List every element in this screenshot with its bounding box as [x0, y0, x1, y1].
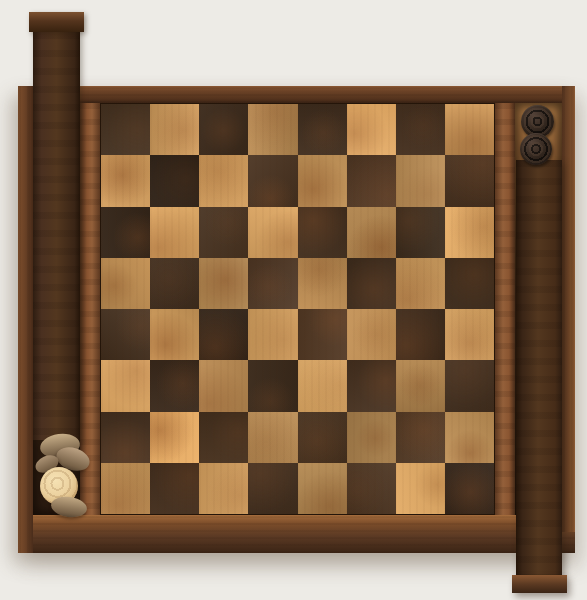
board-square[interactable] [150, 258, 199, 309]
board-square[interactable] [101, 155, 150, 206]
board-square[interactable] [101, 360, 150, 411]
board-square[interactable] [445, 360, 494, 411]
board-square[interactable] [396, 463, 445, 514]
board-square[interactable] [298, 258, 347, 309]
board-square[interactable] [347, 258, 396, 309]
board-square[interactable] [248, 463, 297, 514]
board-square[interactable] [347, 412, 396, 463]
board-square[interactable] [199, 155, 248, 206]
board-square[interactable] [101, 463, 150, 514]
left-tray-slider-cap[interactable] [29, 12, 84, 32]
checker-piece-dark[interactable] [520, 133, 552, 165]
board-square[interactable] [347, 104, 396, 155]
board-square[interactable] [445, 463, 494, 514]
board-square[interactable] [199, 309, 248, 360]
board-square[interactable] [396, 155, 445, 206]
board-square[interactable] [347, 309, 396, 360]
board-square[interactable] [101, 207, 150, 258]
board-square[interactable] [248, 104, 297, 155]
board-square[interactable] [445, 155, 494, 206]
board-square[interactable] [298, 360, 347, 411]
board-square[interactable] [396, 309, 445, 360]
right-inner-rail [495, 103, 515, 515]
board-square[interactable] [396, 258, 445, 309]
board-square[interactable] [347, 463, 396, 514]
board-square[interactable] [101, 104, 150, 155]
board-square[interactable] [298, 155, 347, 206]
board-square[interactable] [248, 412, 297, 463]
board-square[interactable] [150, 207, 199, 258]
board-square[interactable] [298, 463, 347, 514]
frame-right-rail [562, 86, 575, 532]
board-square[interactable] [150, 412, 199, 463]
board-square[interactable] [199, 104, 248, 155]
frame-bottom-rail [18, 515, 575, 553]
board-square[interactable] [445, 207, 494, 258]
board-square[interactable] [199, 360, 248, 411]
board-square[interactable] [298, 309, 347, 360]
frame-left-rail [18, 86, 33, 553]
board-square[interactable] [248, 258, 297, 309]
photo-scene [0, 0, 587, 600]
board-square[interactable] [150, 463, 199, 514]
board-square[interactable] [101, 309, 150, 360]
board-square[interactable] [396, 104, 445, 155]
board-square[interactable] [347, 155, 396, 206]
board-square[interactable] [199, 207, 248, 258]
board-square[interactable] [199, 258, 248, 309]
board-square[interactable] [199, 412, 248, 463]
board-square[interactable] [445, 412, 494, 463]
board-square[interactable] [298, 207, 347, 258]
board-square[interactable] [445, 104, 494, 155]
checkerboard [100, 103, 495, 515]
board-square[interactable] [150, 155, 199, 206]
right-tray-slider[interactable] [516, 160, 562, 577]
board-square[interactable] [396, 412, 445, 463]
right-tray-slider-cap[interactable] [512, 575, 567, 593]
board-square[interactable] [150, 360, 199, 411]
board-square[interactable] [101, 412, 150, 463]
board-square[interactable] [298, 104, 347, 155]
board-square[interactable] [347, 207, 396, 258]
board-square[interactable] [248, 207, 297, 258]
board-square[interactable] [248, 155, 297, 206]
board-square[interactable] [150, 309, 199, 360]
frame-top-rail [18, 86, 575, 103]
board-square[interactable] [298, 412, 347, 463]
board-square[interactable] [347, 360, 396, 411]
board-square[interactable] [248, 360, 297, 411]
board-square[interactable] [199, 463, 248, 514]
board-square[interactable] [445, 309, 494, 360]
board-square[interactable] [150, 104, 199, 155]
board-square[interactable] [445, 258, 494, 309]
board-square[interactable] [396, 360, 445, 411]
left-tray-slider[interactable] [33, 14, 80, 440]
board-square[interactable] [248, 309, 297, 360]
board-square[interactable] [396, 207, 445, 258]
board-square[interactable] [101, 258, 150, 309]
